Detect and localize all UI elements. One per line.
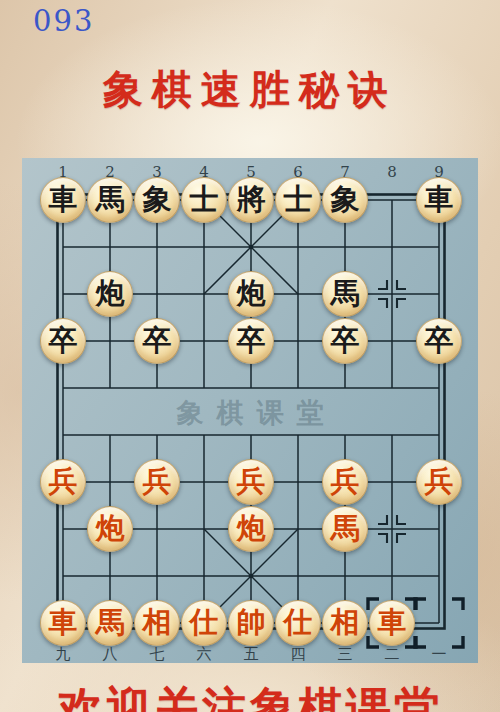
- piece-glyph: 相: [331, 608, 360, 637]
- xiangqi-piece[interactable]: 炮: [87, 271, 133, 317]
- xiangqi-piece[interactable]: 兵: [228, 459, 274, 505]
- file-label-bottom: 二: [380, 645, 404, 664]
- xiangqi-piece[interactable]: 車: [416, 177, 462, 223]
- piece-glyph: 卒: [49, 326, 78, 355]
- piece-glyph: 帥: [237, 608, 266, 637]
- xiangqi-piece[interactable]: 炮: [228, 506, 274, 552]
- file-label-bottom: 七: [145, 645, 169, 664]
- piece-glyph: 車: [49, 608, 78, 637]
- piece-glyph: 卒: [425, 326, 454, 355]
- xiangqi-piece[interactable]: 兵: [416, 459, 462, 505]
- piece-glyph: 炮: [237, 279, 266, 308]
- piece-glyph: 兵: [425, 467, 454, 496]
- piece-glyph: 仕: [284, 608, 313, 637]
- footer-caption: 欢迎关注象棋课堂: [0, 679, 500, 712]
- piece-glyph: 象: [143, 185, 172, 214]
- file-label-bottom: 三: [333, 645, 357, 664]
- xiangqi-piece[interactable]: 相: [134, 600, 180, 646]
- piece-glyph: 兵: [331, 467, 360, 496]
- xiangqi-piece[interactable]: 兵: [40, 459, 86, 505]
- xiangqi-piece[interactable]: 炮: [228, 271, 274, 317]
- piece-glyph: 馬: [96, 608, 125, 637]
- xiangqi-piece[interactable]: 車: [369, 600, 415, 646]
- xiangqi-piece[interactable]: 車: [40, 177, 86, 223]
- file-label-bottom: 八: [98, 645, 122, 664]
- piece-glyph: 將: [237, 185, 266, 214]
- piece-glyph: 兵: [143, 467, 172, 496]
- xiangqi-piece[interactable]: 將: [228, 177, 274, 223]
- xiangqi-piece[interactable]: 車: [40, 600, 86, 646]
- file-label-bottom: 一: [427, 645, 451, 664]
- file-label-bottom: 六: [192, 645, 216, 664]
- piece-glyph: 炮: [96, 279, 125, 308]
- xiangqi-piece[interactable]: 士: [275, 177, 321, 223]
- page-title: 象棋速胜秘诀: [0, 62, 500, 117]
- piece-glyph: 相: [143, 608, 172, 637]
- xiangqi-piece[interactable]: 象: [322, 177, 368, 223]
- piece-glyph: 炮: [96, 514, 125, 543]
- xiangqi-piece[interactable]: 相: [322, 600, 368, 646]
- piece-glyph: 卒: [331, 326, 360, 355]
- xiangqi-piece[interactable]: 象: [134, 177, 180, 223]
- xiangqi-piece[interactable]: 馬: [87, 177, 133, 223]
- piece-glyph: 馬: [331, 514, 360, 543]
- piece-glyph: 士: [284, 185, 313, 214]
- piece-glyph: 兵: [237, 467, 266, 496]
- xiangqi-piece[interactable]: 馬: [322, 271, 368, 317]
- xiangqi-piece[interactable]: 帥: [228, 600, 274, 646]
- piece-glyph: 仕: [190, 608, 219, 637]
- piece-glyph: 象: [331, 185, 360, 214]
- xiangqi-piece[interactable]: 仕: [181, 600, 227, 646]
- xiangqi-piece[interactable]: 馬: [322, 506, 368, 552]
- file-label-bottom: 九: [51, 645, 75, 664]
- piece-glyph: 炮: [237, 514, 266, 543]
- xiangqi-piece[interactable]: 兵: [322, 459, 368, 505]
- xiangqi-piece[interactable]: 士: [181, 177, 227, 223]
- piece-glyph: 卒: [237, 326, 266, 355]
- xiangqi-piece[interactable]: 馬: [87, 600, 133, 646]
- xiangqi-piece[interactable]: 卒: [40, 318, 86, 364]
- piece-glyph: 馬: [331, 279, 360, 308]
- page-number: 093: [33, 4, 94, 38]
- xiangqi-piece[interactable]: 卒: [416, 318, 462, 364]
- file-label-bottom: 五: [239, 645, 263, 664]
- file-label-bottom: 四: [286, 645, 310, 664]
- xiangqi-piece[interactable]: 仕: [275, 600, 321, 646]
- piece-glyph: 士: [190, 185, 219, 214]
- xiangqi-piece[interactable]: 卒: [228, 318, 274, 364]
- piece-glyph: 車: [378, 608, 407, 637]
- xiangqi-piece[interactable]: 卒: [134, 318, 180, 364]
- xiangqi-piece[interactable]: 卒: [322, 318, 368, 364]
- board-watermark: 象棋课堂: [22, 395, 478, 431]
- xiangqi-piece[interactable]: 炮: [87, 506, 133, 552]
- xiangqi-board[interactable]: 象棋课堂 123456789 九八七六五四三二一 車馬象士將士象車炮炮馬卒卒卒卒…: [22, 158, 478, 663]
- piece-glyph: 卒: [143, 326, 172, 355]
- file-label-top: 8: [380, 163, 404, 181]
- piece-glyph: 車: [425, 185, 454, 214]
- page: 093 象棋速胜秘诀 象棋课堂 123456789 九八七六五四三二一 車馬象士…: [0, 0, 500, 712]
- piece-glyph: 馬: [96, 185, 125, 214]
- xiangqi-piece[interactable]: 兵: [134, 459, 180, 505]
- piece-glyph: 兵: [49, 467, 78, 496]
- piece-glyph: 車: [49, 185, 78, 214]
